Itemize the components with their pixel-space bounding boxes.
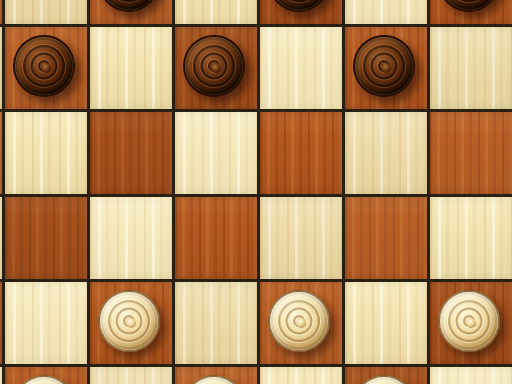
light-piece[interactable] (438, 290, 500, 352)
light-square-r1c0 (0, 27, 2, 109)
dark-square-r1c5[interactable] (345, 27, 427, 109)
dark-square-r3c1[interactable] (5, 197, 87, 279)
dark-square-r3c5[interactable] (345, 197, 427, 279)
dark-square-r4c4[interactable] (260, 282, 342, 364)
light-square-r1c6 (430, 27, 512, 109)
dark-piece[interactable] (438, 0, 500, 12)
light-square-r5c6 (430, 367, 512, 384)
dark-square-r4c2[interactable] (90, 282, 172, 364)
light-square-r5c0 (0, 367, 2, 384)
light-square-r0c1 (5, 0, 87, 24)
light-square-r0c5 (345, 0, 427, 24)
dark-square-r4c0[interactable] (0, 282, 2, 364)
light-square-r4c1 (5, 282, 87, 364)
dark-square-r0c2[interactable] (90, 0, 172, 24)
dark-square-r2c4[interactable] (260, 112, 342, 194)
light-piece[interactable] (13, 375, 75, 384)
light-square-r3c6 (430, 197, 512, 279)
light-square-r4c5 (345, 282, 427, 364)
light-square-r2c1 (5, 112, 87, 194)
dark-piece[interactable] (13, 35, 75, 97)
light-piece[interactable] (268, 290, 330, 352)
dark-square-r2c6[interactable] (430, 112, 512, 194)
dark-piece[interactable] (268, 0, 330, 12)
dark-piece[interactable] (353, 35, 415, 97)
dark-square-r0c0[interactable] (0, 0, 2, 24)
light-square-r2c5 (345, 112, 427, 194)
dark-square-r2c0[interactable] (0, 112, 2, 194)
light-square-r5c4 (260, 367, 342, 384)
light-square-r3c4 (260, 197, 342, 279)
checkers-board-viewport (0, 0, 512, 384)
light-square-r4c3 (175, 282, 257, 364)
dark-square-r0c4[interactable] (260, 0, 342, 24)
dark-square-r4c6[interactable] (430, 282, 512, 364)
light-square-r0c3 (175, 0, 257, 24)
dark-square-r1c1[interactable] (5, 27, 87, 109)
light-piece[interactable] (98, 290, 160, 352)
dark-piece[interactable] (98, 0, 160, 12)
dark-square-r2c2[interactable] (90, 112, 172, 194)
light-square-r3c2 (90, 197, 172, 279)
dark-square-r5c5[interactable] (345, 367, 427, 384)
light-piece[interactable] (183, 375, 245, 384)
light-square-r2c3 (175, 112, 257, 194)
dark-square-r5c1[interactable] (5, 367, 87, 384)
light-square-r5c2 (90, 367, 172, 384)
dark-square-r1c3[interactable] (175, 27, 257, 109)
checkers-board (0, 0, 512, 384)
light-square-r1c4 (260, 27, 342, 109)
dark-square-r3c3[interactable] (175, 197, 257, 279)
light-piece[interactable] (353, 375, 415, 384)
dark-square-r5c3[interactable] (175, 367, 257, 384)
dark-piece[interactable] (183, 35, 245, 97)
light-square-r3c0 (0, 197, 2, 279)
light-square-r1c2 (90, 27, 172, 109)
dark-square-r0c6[interactable] (430, 0, 512, 24)
